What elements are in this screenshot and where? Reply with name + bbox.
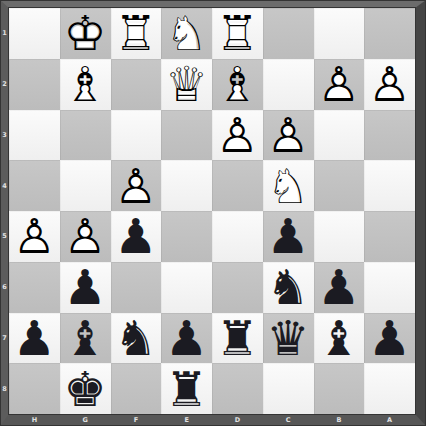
square-d4[interactable] (212, 160, 263, 211)
piece-white-pawn-a2[interactable]: ♟♙ (364, 59, 415, 110)
black-knight-icon: ♞ (263, 262, 314, 313)
white-bishop-outline-icon: ♗ (212, 59, 263, 110)
black-pawn-icon: ♟ (263, 211, 314, 262)
piece-white-pawn-d3[interactable]: ♟♙ (212, 110, 263, 161)
white-rook-outline-icon: ♖ (111, 8, 162, 59)
piece-black-pawn-f5[interactable]: ♟ (111, 211, 162, 262)
square-g4[interactable] (60, 160, 111, 211)
piece-white-knight-c4[interactable]: ♞♘ (263, 160, 314, 211)
file-label-h: H (9, 414, 60, 426)
square-f4[interactable]: ♟♙ (111, 160, 162, 211)
piece-black-queen-c7[interactable]: ♛ (263, 313, 314, 364)
piece-white-rook-f1[interactable]: ♜♖ (111, 8, 162, 59)
chess-board: ♚♔♜♖♞♘♜♖♝♗♛♕♝♗♟♙♟♙♟♙♟♙♟♙♞♘♟♙♟♙♟♟♟♞♟♟♝♞♟♜… (9, 8, 415, 414)
piece-white-pawn-b2[interactable]: ♟♙ (314, 59, 365, 110)
piece-black-knight-f7[interactable]: ♞ (111, 313, 162, 364)
square-b6[interactable]: ♟ (314, 262, 365, 313)
black-queen-icon: ♛ (263, 313, 314, 364)
file-label-e: E (161, 414, 212, 426)
rank-label-3: 3 (0, 110, 9, 161)
square-d8[interactable] (212, 363, 263, 414)
square-h6[interactable] (9, 262, 60, 313)
white-queen-outline-icon: ♕ (161, 59, 212, 110)
square-b4[interactable] (314, 160, 365, 211)
piece-white-king-g1[interactable]: ♚♔ (60, 8, 111, 59)
piece-white-pawn-c3[interactable]: ♟♙ (263, 110, 314, 161)
piece-black-rook-d7[interactable]: ♜ (212, 313, 263, 364)
square-d6[interactable] (212, 262, 263, 313)
square-c5[interactable]: ♟ (263, 211, 314, 262)
square-e8[interactable]: ♜ (161, 363, 212, 414)
rank-label-5: 5 (0, 211, 9, 262)
square-b1[interactable] (314, 8, 365, 59)
square-b3[interactable] (314, 110, 365, 161)
black-knight-icon: ♞ (111, 313, 162, 364)
square-c4[interactable]: ♞♘ (263, 160, 314, 211)
square-c6[interactable]: ♞ (263, 262, 314, 313)
square-a5[interactable] (364, 211, 415, 262)
square-f1[interactable]: ♜♖ (111, 8, 162, 59)
square-d5[interactable] (212, 211, 263, 262)
rank-label-6: 6 (0, 262, 9, 313)
square-d2[interactable]: ♝♗ (212, 59, 263, 110)
square-e4[interactable] (161, 160, 212, 211)
square-a2[interactable]: ♟♙ (364, 59, 415, 110)
piece-white-bishop-d2[interactable]: ♝♗ (212, 59, 263, 110)
black-king-icon: ♚ (60, 363, 111, 414)
file-label-g: G (60, 414, 111, 426)
square-f6[interactable] (111, 262, 162, 313)
white-pawn-outline-icon: ♙ (60, 211, 111, 262)
square-h4[interactable] (9, 160, 60, 211)
white-pawn-outline-icon: ♙ (364, 59, 415, 110)
white-pawn-outline-icon: ♙ (9, 211, 60, 262)
square-e1[interactable]: ♞♘ (161, 8, 212, 59)
square-e2[interactable]: ♛♕ (161, 59, 212, 110)
file-label-f: F (111, 414, 162, 426)
square-g8[interactable]: ♚ (60, 363, 111, 414)
square-b7[interactable]: ♝ (314, 313, 365, 364)
square-g6[interactable]: ♟ (60, 262, 111, 313)
square-f2[interactable] (111, 59, 162, 110)
white-pawn-outline-icon: ♙ (212, 110, 263, 161)
square-f7[interactable]: ♞ (111, 313, 162, 364)
square-h3[interactable] (9, 110, 60, 161)
piece-black-pawn-b6[interactable]: ♟ (314, 262, 365, 313)
square-e6[interactable] (161, 262, 212, 313)
file-label-d: D (212, 414, 263, 426)
square-c7[interactable]: ♛ (263, 313, 314, 364)
piece-black-pawn-g6[interactable]: ♟ (60, 262, 111, 313)
square-b2[interactable]: ♟♙ (314, 59, 365, 110)
file-label-a: A (364, 414, 415, 426)
square-f8[interactable] (111, 363, 162, 414)
black-pawn-icon: ♟ (111, 211, 162, 262)
piece-black-knight-c6[interactable]: ♞ (263, 262, 314, 313)
black-pawn-icon: ♟ (9, 313, 60, 364)
piece-white-bishop-g2[interactable]: ♝♗ (60, 59, 111, 110)
square-a1[interactable] (364, 8, 415, 59)
square-a6[interactable] (364, 262, 415, 313)
square-c1[interactable] (263, 8, 314, 59)
piece-black-pawn-c5[interactable]: ♟ (263, 211, 314, 262)
piece-black-pawn-e7[interactable]: ♟ (161, 313, 212, 364)
square-a4[interactable] (364, 160, 415, 211)
square-a8[interactable] (364, 363, 415, 414)
square-e3[interactable] (161, 110, 212, 161)
square-h2[interactable] (9, 59, 60, 110)
file-labels: HGFEDCBA (9, 414, 415, 426)
piece-white-rook-d1[interactable]: ♜♖ (212, 8, 263, 59)
white-bishop-outline-icon: ♗ (60, 59, 111, 110)
piece-white-pawn-h5[interactable]: ♟♙ (9, 211, 60, 262)
black-pawn-icon: ♟ (60, 262, 111, 313)
black-bishop-icon: ♝ (60, 313, 111, 364)
square-h5[interactable]: ♟♙ (9, 211, 60, 262)
square-c3[interactable]: ♟♙ (263, 110, 314, 161)
square-c8[interactable] (263, 363, 314, 414)
square-g3[interactable] (60, 110, 111, 161)
black-pawn-icon: ♟ (314, 262, 365, 313)
piece-black-bishop-b7[interactable]: ♝ (314, 313, 365, 364)
rank-label-4: 4 (0, 160, 9, 211)
black-rook-icon: ♜ (212, 313, 263, 364)
square-a3[interactable] (364, 110, 415, 161)
square-h8[interactable] (9, 363, 60, 414)
file-label-c: C (263, 414, 314, 426)
square-g1[interactable]: ♚♔ (60, 8, 111, 59)
rank-labels: 12345678 (0, 8, 9, 414)
piece-white-pawn-f4[interactable]: ♟♙ (111, 160, 162, 211)
square-g7[interactable]: ♝ (60, 313, 111, 364)
white-pawn-outline-icon: ♙ (263, 110, 314, 161)
square-d1[interactable]: ♜♖ (212, 8, 263, 59)
white-rook-outline-icon: ♖ (212, 8, 263, 59)
piece-black-bishop-g7[interactable]: ♝ (60, 313, 111, 364)
square-g2[interactable]: ♝♗ (60, 59, 111, 110)
rank-label-7: 7 (0, 313, 9, 364)
chess-board-frame: ♚♔♜♖♞♘♜♖♝♗♛♕♝♗♟♙♟♙♟♙♟♙♟♙♞♘♟♙♟♙♟♟♟♞♟♟♝♞♟♜… (0, 0, 426, 426)
piece-black-pawn-h7[interactable]: ♟ (9, 313, 60, 364)
square-a7[interactable]: ♟ (364, 313, 415, 364)
square-e5[interactable] (161, 211, 212, 262)
white-king-outline-icon: ♔ (60, 8, 111, 59)
square-h7[interactable]: ♟ (9, 313, 60, 364)
piece-white-knight-e1[interactable]: ♞♘ (161, 8, 212, 59)
square-g5[interactable]: ♟♙ (60, 211, 111, 262)
black-pawn-icon: ♟ (364, 313, 415, 364)
white-knight-outline-icon: ♘ (161, 8, 212, 59)
square-e7[interactable]: ♟ (161, 313, 212, 364)
square-c2[interactable] (263, 59, 314, 110)
square-b5[interactable] (314, 211, 365, 262)
square-f5[interactable]: ♟ (111, 211, 162, 262)
square-d3[interactable]: ♟♙ (212, 110, 263, 161)
black-rook-icon: ♜ (161, 363, 212, 414)
rank-label-1: 1 (0, 8, 9, 59)
rank-label-2: 2 (0, 59, 9, 110)
white-pawn-outline-icon: ♙ (314, 59, 365, 110)
white-knight-outline-icon: ♘ (263, 160, 314, 211)
square-f3[interactable] (111, 110, 162, 161)
black-bishop-icon: ♝ (314, 313, 365, 364)
piece-black-king-g8[interactable]: ♚ (60, 363, 111, 414)
black-pawn-icon: ♟ (161, 313, 212, 364)
piece-white-queen-e2[interactable]: ♛♕ (161, 59, 212, 110)
square-b8[interactable] (314, 363, 365, 414)
rank-label-8: 8 (0, 363, 9, 414)
piece-black-pawn-a7[interactable]: ♟ (364, 313, 415, 364)
piece-white-pawn-g5[interactable]: ♟♙ (60, 211, 111, 262)
square-h1[interactable] (9, 8, 60, 59)
file-label-b: B (314, 414, 365, 426)
white-pawn-outline-icon: ♙ (111, 160, 162, 211)
piece-black-rook-e8[interactable]: ♜ (161, 363, 212, 414)
square-d7[interactable]: ♜ (212, 313, 263, 364)
